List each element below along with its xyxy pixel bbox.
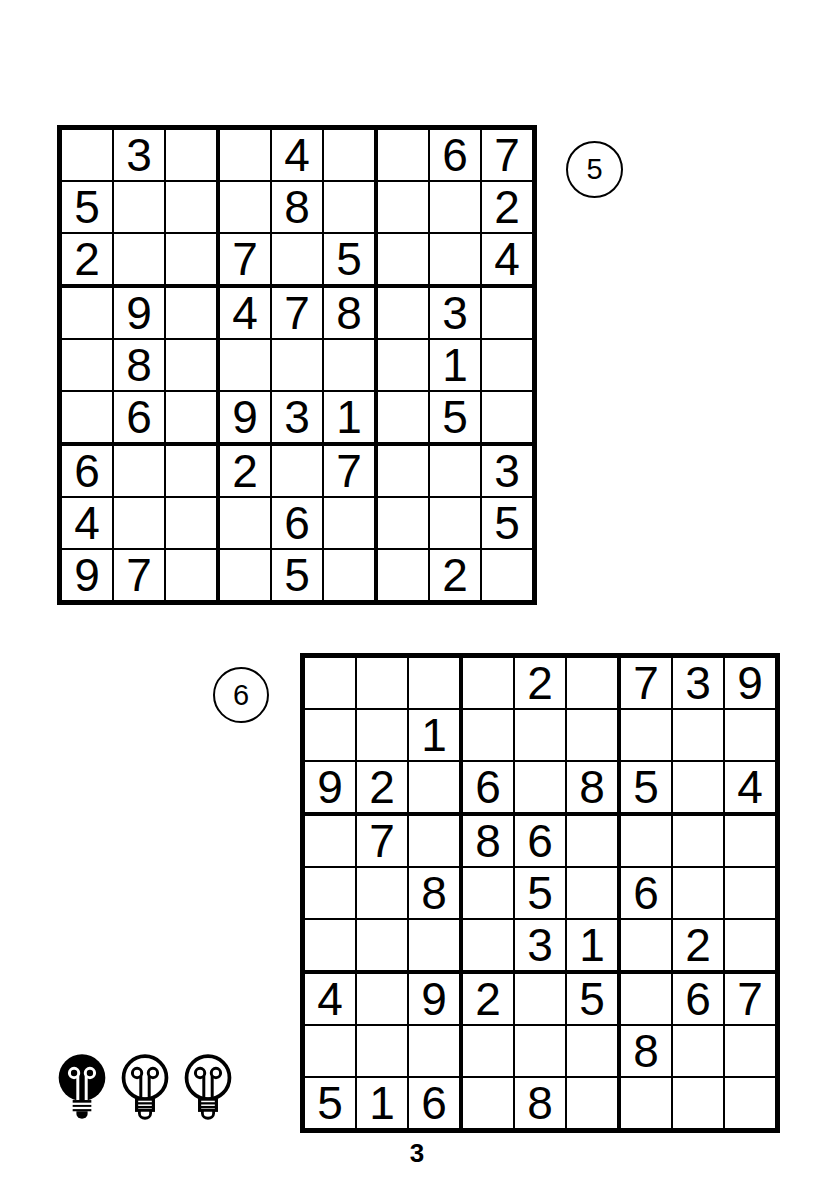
sudoku-cell-r1c9: 7: [482, 130, 532, 180]
sudoku-cell-r6c1: [62, 392, 112, 442]
sudoku-cell-r8c6: [324, 498, 374, 548]
sudoku-cell-r1c4: [463, 658, 513, 708]
sudoku-cell-r5c6: [567, 868, 617, 918]
sudoku-cell-r7c5: [272, 446, 322, 496]
sudoku-cell-r5c1: [305, 868, 355, 918]
sudoku-cell-r9c7: [378, 550, 428, 600]
sudoku-box: 352: [62, 130, 216, 284]
sudoku-cell-r6c7: [621, 920, 671, 970]
sudoku-cell-r9c6: [324, 550, 374, 600]
sudoku-cell-r9c1: 5: [305, 1078, 355, 1128]
sudoku-cell-r6c7: [378, 392, 428, 442]
page-number: 3: [0, 1138, 834, 1169]
sudoku-cell-r2c5: [515, 710, 565, 760]
sudoku-box: 678: [621, 974, 775, 1128]
sudoku-cell-r3c4: 6: [463, 762, 513, 812]
sudoku-cell-r8c7: 8: [621, 1026, 671, 1076]
sudoku-cell-r8c9: [725, 1026, 775, 1076]
sudoku-cell-r9c5: 5: [272, 550, 322, 600]
sudoku-cell-r2c1: [305, 710, 355, 760]
sudoku-cell-r5c7: 6: [621, 868, 671, 918]
sudoku-cell-r5c2: 8: [114, 340, 164, 390]
sudoku-cell-r1c3: [409, 658, 459, 708]
difficulty-indicator: [54, 1052, 236, 1122]
sudoku-cell-r3c1: 9: [305, 762, 355, 812]
sudoku-box: 268: [463, 658, 617, 812]
sudoku-cell-r1c7: [378, 130, 428, 180]
sudoku-cell-r8c7: [378, 498, 428, 548]
sudoku-cell-r9c3: 6: [409, 1078, 459, 1128]
sudoku-cell-r7c1: 4: [305, 974, 355, 1024]
sudoku-cell-r6c5: 3: [515, 920, 565, 970]
sudoku-cell-r6c2: [357, 920, 407, 970]
sudoku-cell-r4c8: [673, 816, 723, 866]
sudoku-cell-r3c3: [409, 762, 459, 812]
sudoku-cell-r9c8: 2: [430, 550, 480, 600]
sudoku-cell-r7c3: 9: [409, 974, 459, 1024]
puzzle-5-number-badge: 5: [566, 141, 623, 198]
sudoku-cell-r7c6: 7: [324, 446, 374, 496]
sudoku-cell-r8c1: 4: [62, 498, 112, 548]
sudoku-cell-r9c3: [166, 550, 216, 600]
puzzle-6-number-badge: 6: [213, 667, 269, 723]
sudoku-cell-r2c5: 8: [272, 182, 322, 232]
sudoku-cell-r4c5: 7: [272, 288, 322, 338]
sudoku-cell-r2c3: [166, 182, 216, 232]
sudoku-cell-r4c2: 7: [357, 816, 407, 866]
sudoku-cell-r5c9: [482, 340, 532, 390]
sudoku-cell-r2c6: [567, 710, 617, 760]
sudoku-cell-r3c2: 2: [357, 762, 407, 812]
sudoku-grid-6: 1922687395478865316249516258678: [300, 653, 780, 1133]
sudoku-cell-r6c9: [725, 920, 775, 970]
sudoku-cell-r6c8: 5: [430, 392, 480, 442]
sudoku-cell-r2c4: [220, 182, 270, 232]
sudoku-cell-r7c4: 2: [463, 974, 513, 1024]
sudoku-cell-r5c3: 8: [409, 868, 459, 918]
sudoku-cell-r6c9: [482, 392, 532, 442]
sudoku-cell-r1c6: [324, 130, 374, 180]
sudoku-box: 86531: [463, 816, 617, 970]
sudoku-cell-r9c4: [463, 1078, 513, 1128]
puzzle-6-number: 6: [233, 679, 249, 712]
sudoku-cell-r4c6: 8: [324, 288, 374, 338]
sudoku-cell-r8c3: [166, 498, 216, 548]
sudoku-cell-r8c8: [430, 498, 480, 548]
sudoku-cell-r8c9: 5: [482, 498, 532, 548]
sudoku-cell-r1c5: 2: [515, 658, 565, 708]
sudoku-cell-r7c9: 7: [725, 974, 775, 1024]
sudoku-cell-r8c5: 6: [272, 498, 322, 548]
sudoku-box: 73954: [621, 658, 775, 812]
sudoku-cell-r4c3: [166, 288, 216, 338]
sudoku-box: 258: [463, 974, 617, 1128]
sudoku-cell-r9c9: [725, 1078, 775, 1128]
sudoku-cell-r1c1: [62, 130, 112, 180]
sudoku-cell-r3c6: 5: [324, 234, 374, 284]
sudoku-cell-r2c9: [725, 710, 775, 760]
sudoku-cell-r9c7: [621, 1078, 671, 1128]
sudoku-cell-r6c1: [305, 920, 355, 970]
sudoku-cell-r7c4: 2: [220, 446, 270, 496]
sudoku-cell-r1c2: 3: [114, 130, 164, 180]
sudoku-cell-r1c2: [357, 658, 407, 708]
sudoku-cell-r4c6: [567, 816, 617, 866]
lightbulb-outline-icon: [180, 1052, 236, 1122]
lightbulb-outline-icon: [117, 1052, 173, 1122]
sudoku-cell-r9c8: [673, 1078, 723, 1128]
sudoku-cell-r4c7: [621, 816, 671, 866]
sudoku-cell-r6c5: 3: [272, 392, 322, 442]
sudoku-cell-r3c1: 2: [62, 234, 112, 284]
sudoku-cell-r4c9: [482, 288, 532, 338]
sudoku-cell-r7c5: [515, 974, 565, 1024]
sudoku-cell-r3c7: [378, 234, 428, 284]
sudoku-cell-r3c6: 8: [567, 762, 617, 812]
sudoku-cell-r2c8: [430, 182, 480, 232]
sudoku-cell-r4c4: 8: [463, 816, 513, 866]
lightbulb-filled-icon: [54, 1052, 110, 1122]
sudoku-cell-r2c9: 2: [482, 182, 532, 232]
sudoku-cell-r9c6: [567, 1078, 617, 1128]
sudoku-cell-r2c7: [378, 182, 428, 232]
sudoku-cell-r5c6: [324, 340, 374, 390]
sudoku-cell-r9c4: [220, 550, 270, 600]
sudoku-cell-r1c9: 9: [725, 658, 775, 708]
sudoku-cell-r5c4: [220, 340, 270, 390]
sudoku-cell-r1c3: [166, 130, 216, 180]
sudoku-cell-r1c7: 7: [621, 658, 671, 708]
sudoku-cell-r2c2: [114, 182, 164, 232]
sudoku-cell-r6c2: 6: [114, 392, 164, 442]
sudoku-box: 6724: [378, 130, 532, 284]
sudoku-cell-r9c1: 9: [62, 550, 112, 600]
sudoku-box: 6497: [62, 446, 216, 600]
sudoku-cell-r8c5: [515, 1026, 565, 1076]
sudoku-box: 986: [62, 288, 216, 442]
sudoku-cell-r2c2: [357, 710, 407, 760]
sudoku-cell-r7c2: [357, 974, 407, 1024]
sudoku-cell-r2c1: 5: [62, 182, 112, 232]
sudoku-cell-r7c9: 3: [482, 446, 532, 496]
sudoku-cell-r4c4: 4: [220, 288, 270, 338]
sudoku-box: 4875: [220, 130, 374, 284]
sudoku-cell-r9c9: [482, 550, 532, 600]
sudoku-cell-r1c4: [220, 130, 270, 180]
sudoku-cell-r3c3: [166, 234, 216, 284]
sudoku-cell-r4c2: 9: [114, 288, 164, 338]
sudoku-cell-r4c1: [305, 816, 355, 866]
sudoku-cell-r1c8: 3: [673, 658, 723, 708]
sudoku-cell-r2c6: [324, 182, 374, 232]
sudoku-cell-r7c8: 6: [673, 974, 723, 1024]
sudoku-cell-r5c1: [62, 340, 112, 390]
sudoku-cell-r8c2: [114, 498, 164, 548]
sudoku-cell-r8c3: [409, 1026, 459, 1076]
sudoku-cell-r7c2: [114, 446, 164, 496]
sudoku-box: 192: [305, 658, 459, 812]
sudoku-cell-r5c8: 1: [430, 340, 480, 390]
sudoku-cell-r4c5: 6: [515, 816, 565, 866]
sudoku-cell-r3c5: [515, 762, 565, 812]
sudoku-box: 2765: [220, 446, 374, 600]
sudoku-box: 49516: [305, 974, 459, 1128]
sudoku-cell-r5c9: [725, 868, 775, 918]
puzzle-5-number: 5: [586, 153, 602, 186]
sudoku-grid-5: 3524875672498647893131564972765352: [57, 125, 537, 605]
sudoku-cell-r6c6: 1: [567, 920, 617, 970]
sudoku-cell-r1c6: [567, 658, 617, 708]
sudoku-cell-r5c8: [673, 868, 723, 918]
sudoku-cell-r6c3: [409, 920, 459, 970]
sudoku-cell-r2c4: [463, 710, 513, 760]
sudoku-cell-r2c7: [621, 710, 671, 760]
sudoku-cell-r3c9: 4: [482, 234, 532, 284]
sudoku-cell-r6c4: [463, 920, 513, 970]
sudoku-cell-r8c2: [357, 1026, 407, 1076]
sudoku-cell-r2c3: 1: [409, 710, 459, 760]
sudoku-cell-r6c8: 2: [673, 920, 723, 970]
sudoku-cell-r9c2: 7: [114, 550, 164, 600]
sudoku-cell-r8c8: [673, 1026, 723, 1076]
sudoku-cell-r7c3: [166, 446, 216, 496]
sudoku-cell-r7c1: 6: [62, 446, 112, 496]
sudoku-cell-r2c8: [673, 710, 723, 760]
sudoku-cell-r3c2: [114, 234, 164, 284]
sudoku-cell-r1c8: 6: [430, 130, 480, 180]
sudoku-cell-r5c4: [463, 868, 513, 918]
sudoku-cell-r3c8: [673, 762, 723, 812]
sudoku-cell-r5c2: [357, 868, 407, 918]
sudoku-cell-r6c6: 1: [324, 392, 374, 442]
sudoku-cell-r8c1: [305, 1026, 355, 1076]
sudoku-cell-r4c1: [62, 288, 112, 338]
sudoku-cell-r4c9: [725, 816, 775, 866]
sudoku-cell-r3c4: 7: [220, 234, 270, 284]
sudoku-cell-r6c3: [166, 392, 216, 442]
sudoku-cell-r7c8: [430, 446, 480, 496]
sudoku-cell-r8c6: [567, 1026, 617, 1076]
sudoku-cell-r5c7: [378, 340, 428, 390]
sudoku-box: 78: [305, 816, 459, 970]
sudoku-box: 352: [378, 446, 532, 600]
sudoku-cell-r9c2: 1: [357, 1078, 407, 1128]
sudoku-cell-r4c7: [378, 288, 428, 338]
sudoku-cell-r7c6: 5: [567, 974, 617, 1024]
sudoku-box: 478931: [220, 288, 374, 442]
sudoku-cell-r5c5: [272, 340, 322, 390]
sudoku-cell-r6c4: 9: [220, 392, 270, 442]
sudoku-cell-r5c3: [166, 340, 216, 390]
sudoku-box: 315: [378, 288, 532, 442]
sudoku-cell-r5c5: 5: [515, 868, 565, 918]
sudoku-cell-r8c4: [463, 1026, 513, 1076]
sudoku-cell-r7c7: [621, 974, 671, 1024]
sudoku-cell-r4c8: 3: [430, 288, 480, 338]
sudoku-cell-r8c4: [220, 498, 270, 548]
sudoku-box: 62: [621, 816, 775, 970]
sudoku-cell-r3c5: [272, 234, 322, 284]
sudoku-cell-r1c1: [305, 658, 355, 708]
sudoku-cell-r3c7: 5: [621, 762, 671, 812]
sudoku-cell-r4c3: [409, 816, 459, 866]
sudoku-cell-r1c5: 4: [272, 130, 322, 180]
sudoku-cell-r3c9: 4: [725, 762, 775, 812]
puzzle-book-page: 3524875672498647893131564972765352 5 192…: [0, 0, 840, 1190]
sudoku-cell-r9c5: 8: [515, 1078, 565, 1128]
sudoku-cell-r7c7: [378, 446, 428, 496]
sudoku-cell-r3c8: [430, 234, 480, 284]
